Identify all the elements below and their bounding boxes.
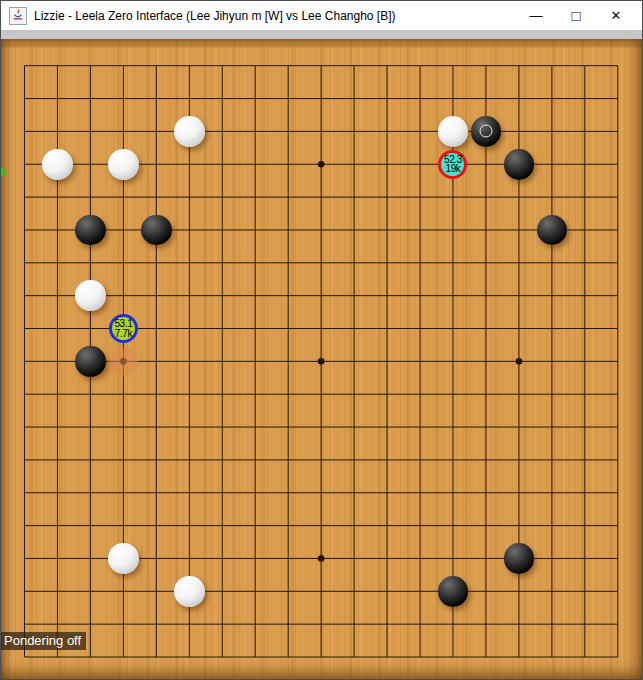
- white-stone-F3: [174, 576, 205, 607]
- minimize-button[interactable]: —: [516, 1, 556, 30]
- window-controls: — □ ✕: [516, 1, 636, 30]
- close-button[interactable]: ✕: [596, 1, 636, 30]
- star-point: [318, 358, 325, 365]
- title-bar[interactable]: Lizzie - Leela Zero Interface (Lee Jihyu…: [1, 1, 642, 30]
- star-point: [318, 555, 325, 562]
- window-title: Lizzie - Leela Zero Interface (Lee Jihyu…: [34, 9, 396, 23]
- suggestion-circle-D10[interactable]: [109, 347, 138, 376]
- white-stone-C12: [75, 280, 106, 311]
- black-stone-P17: [471, 116, 502, 147]
- java-app-icon[interactable]: [9, 7, 27, 25]
- star-point: [318, 161, 325, 168]
- green-edge-marker: [1, 166, 6, 178]
- white-stone-O17: [438, 116, 469, 147]
- pondering-status: Pondering off: [1, 632, 86, 650]
- lizzie-window: Lizzie - Leela Zero Interface (Lee Jihyu…: [0, 0, 643, 680]
- java-coffee-cup-icon: [9, 7, 27, 25]
- black-stone-C14: [75, 215, 106, 246]
- black-stone-Q16: [504, 149, 535, 180]
- black-stone-O3: [438, 576, 469, 607]
- suggestion-visits: 7.7k: [115, 329, 132, 339]
- black-stone-C10: [75, 346, 106, 377]
- black-stone-Q4: [504, 543, 535, 574]
- last-move-marker: [479, 125, 492, 138]
- star-point: [516, 358, 523, 365]
- black-stone-E14: [141, 215, 172, 246]
- suggestion-visits: 19k: [446, 164, 461, 174]
- go-board[interactable]: Pondering off 52.319k53.17.7k: [1, 39, 642, 679]
- white-stone-B16: [42, 149, 73, 180]
- white-stone-D4: [108, 543, 139, 574]
- maximize-button[interactable]: □: [556, 1, 596, 30]
- white-stone-D16: [108, 149, 139, 180]
- white-stone-F17: [174, 116, 205, 147]
- window-gray-strip: [1, 30, 642, 39]
- black-stone-R14: [537, 215, 568, 246]
- suggestion-circle-D11[interactable]: 53.17.7k: [109, 314, 138, 343]
